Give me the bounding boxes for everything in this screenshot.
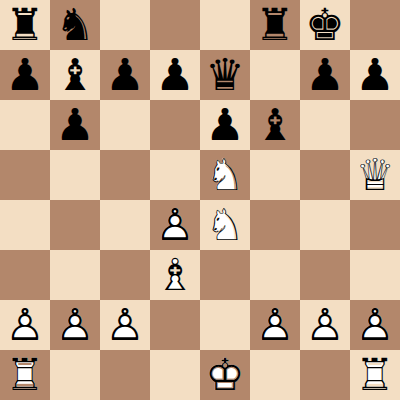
black-pawn-icon: ♟ <box>200 100 250 150</box>
square-e4[interactable]: ♞♘ <box>200 200 250 250</box>
square-e3[interactable] <box>200 250 250 300</box>
square-b6[interactable]: ♟ <box>50 100 100 150</box>
square-b1[interactable] <box>50 350 100 400</box>
black-pawn-icon: ♟ <box>0 50 50 100</box>
white-queen-fill-icon: ♛ <box>350 150 400 200</box>
square-e8[interactable] <box>200 0 250 50</box>
white-pawn-icon: ♙ <box>300 300 350 350</box>
square-g4[interactable] <box>300 200 350 250</box>
black-bishop-icon: ♝ <box>250 100 300 150</box>
square-e1[interactable]: ♚♔ <box>200 350 250 400</box>
square-h2[interactable]: ♟♙ <box>350 300 400 350</box>
white-rook-icon: ♖ <box>350 350 400 400</box>
white-king-fill-icon: ♚ <box>200 350 250 400</box>
square-a2[interactable]: ♟♙ <box>0 300 50 350</box>
square-d1[interactable] <box>150 350 200 400</box>
square-e7[interactable]: ♛ <box>200 50 250 100</box>
square-b2[interactable]: ♟♙ <box>50 300 100 350</box>
white-rook-fill-icon: ♜ <box>0 350 50 400</box>
white-rook-fill-icon: ♜ <box>350 350 400 400</box>
square-g7[interactable]: ♟ <box>300 50 350 100</box>
white-knight-fill-icon: ♞ <box>200 150 250 200</box>
square-g2[interactable]: ♟♙ <box>300 300 350 350</box>
white-knight-icon: ♘ <box>200 200 250 250</box>
white-pawn-fill-icon: ♟ <box>100 300 150 350</box>
square-a4[interactable] <box>0 200 50 250</box>
white-pawn-icon: ♙ <box>150 200 200 250</box>
square-h8[interactable] <box>350 0 400 50</box>
square-d6[interactable] <box>150 100 200 150</box>
white-knight-fill-icon: ♞ <box>200 200 250 250</box>
square-g3[interactable] <box>300 250 350 300</box>
square-h4[interactable] <box>350 200 400 250</box>
square-d3[interactable]: ♝♗ <box>150 250 200 300</box>
square-a3[interactable] <box>0 250 50 300</box>
white-pawn-icon: ♙ <box>350 300 400 350</box>
white-pawn-fill-icon: ♟ <box>350 300 400 350</box>
white-rook-icon: ♖ <box>0 350 50 400</box>
black-knight-icon: ♞ <box>50 0 100 50</box>
black-pawn-icon: ♟ <box>350 50 400 100</box>
white-pawn-icon: ♙ <box>50 300 100 350</box>
square-h3[interactable] <box>350 250 400 300</box>
white-pawn-fill-icon: ♟ <box>250 300 300 350</box>
square-h6[interactable] <box>350 100 400 150</box>
black-bishop-icon: ♝ <box>50 50 100 100</box>
square-a1[interactable]: ♜♖ <box>0 350 50 400</box>
square-c8[interactable] <box>100 0 150 50</box>
square-b8[interactable]: ♞ <box>50 0 100 50</box>
square-f2[interactable]: ♟♙ <box>250 300 300 350</box>
white-queen-icon: ♕ <box>350 150 400 200</box>
white-pawn-icon: ♙ <box>100 300 150 350</box>
square-b7[interactable]: ♝ <box>50 50 100 100</box>
white-pawn-fill-icon: ♟ <box>150 200 200 250</box>
square-g6[interactable] <box>300 100 350 150</box>
square-a8[interactable]: ♜ <box>0 0 50 50</box>
square-h5[interactable]: ♛♕ <box>350 150 400 200</box>
square-d2[interactable] <box>150 300 200 350</box>
square-a6[interactable] <box>0 100 50 150</box>
square-f4[interactable] <box>250 200 300 250</box>
square-a5[interactable] <box>0 150 50 200</box>
square-c5[interactable] <box>100 150 150 200</box>
square-g8[interactable]: ♚ <box>300 0 350 50</box>
square-b3[interactable] <box>50 250 100 300</box>
white-pawn-icon: ♙ <box>0 300 50 350</box>
square-f6[interactable]: ♝ <box>250 100 300 150</box>
square-e5[interactable]: ♞♘ <box>200 150 250 200</box>
square-f1[interactable] <box>250 350 300 400</box>
square-d8[interactable] <box>150 0 200 50</box>
square-d4[interactable]: ♟♙ <box>150 200 200 250</box>
white-bishop-fill-icon: ♝ <box>150 250 200 300</box>
square-g1[interactable] <box>300 350 350 400</box>
square-e6[interactable]: ♟ <box>200 100 250 150</box>
white-bishop-icon: ♗ <box>150 250 200 300</box>
square-a7[interactable]: ♟ <box>0 50 50 100</box>
white-pawn-fill-icon: ♟ <box>300 300 350 350</box>
square-f7[interactable] <box>250 50 300 100</box>
square-c3[interactable] <box>100 250 150 300</box>
white-pawn-fill-icon: ♟ <box>50 300 100 350</box>
square-h1[interactable]: ♜♖ <box>350 350 400 400</box>
square-c4[interactable] <box>100 200 150 250</box>
black-king-icon: ♚ <box>300 0 350 50</box>
square-e2[interactable] <box>200 300 250 350</box>
black-pawn-icon: ♟ <box>100 50 150 100</box>
square-f3[interactable] <box>250 250 300 300</box>
black-rook-icon: ♜ <box>250 0 300 50</box>
square-h7[interactable]: ♟ <box>350 50 400 100</box>
square-b5[interactable] <box>50 150 100 200</box>
black-pawn-icon: ♟ <box>300 50 350 100</box>
square-d5[interactable] <box>150 150 200 200</box>
black-pawn-icon: ♟ <box>150 50 200 100</box>
white-knight-icon: ♘ <box>200 150 250 200</box>
square-f5[interactable] <box>250 150 300 200</box>
white-king-icon: ♔ <box>200 350 250 400</box>
black-rook-icon: ♜ <box>0 0 50 50</box>
square-c1[interactable] <box>100 350 150 400</box>
square-c6[interactable] <box>100 100 150 150</box>
square-g5[interactable] <box>300 150 350 200</box>
black-queen-icon: ♛ <box>200 50 250 100</box>
black-pawn-icon: ♟ <box>50 100 100 150</box>
chess-board: ♜♞♜♚♟♝♟♟♛♟♟♟♟♝♞♘♛♕♟♙♞♘♝♗♟♙♟♙♟♙♟♙♟♙♟♙♜♖♚♔… <box>0 0 400 400</box>
white-pawn-fill-icon: ♟ <box>0 300 50 350</box>
square-c7[interactable]: ♟ <box>100 50 150 100</box>
white-pawn-icon: ♙ <box>250 300 300 350</box>
square-b4[interactable] <box>50 200 100 250</box>
square-d7[interactable]: ♟ <box>150 50 200 100</box>
square-c2[interactable]: ♟♙ <box>100 300 150 350</box>
square-f8[interactable]: ♜ <box>250 0 300 50</box>
